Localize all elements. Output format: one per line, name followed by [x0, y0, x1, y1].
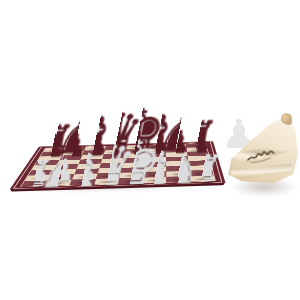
drawstring-bag: [226, 108, 300, 198]
chess-set-product-photo: ♜♞♝♛♚♝♞♜♟♟♟♟♟♟♟♟♟♟♟♟♟♟♟♟♜♞♝♛♚♝♞♜ ♟: [0, 0, 300, 300]
piece-white-rook: ♜: [202, 152, 209, 188]
square-h1: ♜: [190, 175, 215, 181]
chess-board: ♜♞♝♛♚♝♞♜♟♟♟♟♟♟♟♟♟♟♟♟♟♟♟♟♜♞♝♛♚♝♞♜: [10, 141, 226, 189]
board-squares-grid: ♜♞♝♛♚♝♞♜♟♟♟♟♟♟♟♟♟♟♟♟♟♟♟♟♜♞♝♛♚♝♞♜: [21, 143, 215, 187]
